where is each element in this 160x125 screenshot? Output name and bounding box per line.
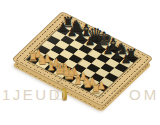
watermark-text-right: OM	[129, 86, 159, 103]
watermark-text-left: 1JEUD	[2, 86, 62, 103]
chess-set-product-photo: ♜♞♝♛♚♝♞♜♟♟♟♟♟♟♟♟♟♟♟♟♟♟♟♟♜♞♝♛♚♝♞♜ 1JEUD O…	[0, 0, 160, 125]
watermark-text-middle: O	[54, 86, 68, 103]
